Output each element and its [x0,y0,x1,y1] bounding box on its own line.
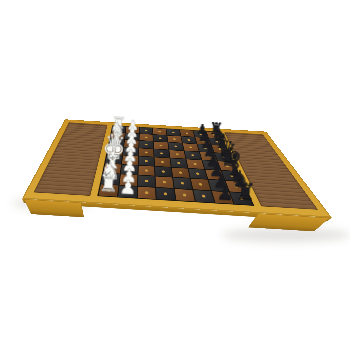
square-d5 [169,150,185,159]
square-c1 [109,139,124,147]
square-d4 [154,149,169,158]
piece-black-pawn: ♟ [210,180,242,206]
piece-white-pawn: ♟ [112,174,144,200]
piece-black-pawn: ♟ [206,169,236,193]
piece-black-rook: ♜ [229,178,261,207]
square-d2 [123,147,138,155]
piece-white-knight: ♞ [95,157,125,186]
square-d6 [185,151,202,160]
square-d1 [107,146,123,154]
square-c3 [139,141,153,149]
piece-black-knight: ♞ [225,165,255,194]
board-stage: ♜♞♝♛♚♝♞♜♟♟♟♟♟♟♟♟♟♟♟♟♟♟♟♟♜♞♝♛♚♝♞♜ [44,92,295,224]
chess-board: ♜♞♝♛♚♝♞♜♟♟♟♟♟♟♟♟♟♟♟♟♟♟♟♟♜♞♝♛♚♝♞♜ [22,119,332,217]
left-foot [24,199,84,217]
piece-white-pawn: ♟ [114,163,144,187]
product-photo-scene: ♜♞♝♛♚♝♞♜♟♟♟♟♟♟♟♟♟♟♟♟♟♟♟♟♜♞♝♛♚♝♞♜ [0,0,350,350]
piece-white-pawn: ♟ [115,153,143,176]
piece-white-rook: ♜ [92,169,124,198]
square-d3 [139,148,154,157]
right-foot-shadow [222,228,350,242]
square-c2 [124,140,138,148]
